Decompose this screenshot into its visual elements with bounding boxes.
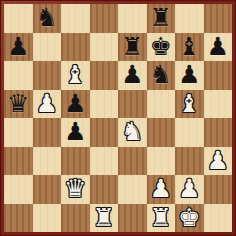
piece-black-rook[interactable]: ♜ <box>121 33 143 61</box>
square-f7[interactable]: ♚ <box>147 33 176 62</box>
square-h5[interactable] <box>204 90 233 119</box>
square-a8[interactable] <box>4 4 33 33</box>
square-a5[interactable]: ♛ <box>4 90 33 119</box>
square-a2[interactable] <box>4 175 33 204</box>
square-a3[interactable] <box>4 147 33 176</box>
square-b4[interactable] <box>33 118 62 147</box>
square-f4[interactable] <box>147 118 176 147</box>
square-f6[interactable]: ♞ <box>147 61 176 90</box>
square-a7[interactable]: ♟ <box>4 33 33 62</box>
square-c8[interactable] <box>61 4 90 33</box>
chess-board: ♞♜♟♜♚♝♟♝♟♞♟♛♟♟♝♟♞♟♛♟♟♜♜♚ <box>4 4 232 232</box>
square-e7[interactable]: ♜ <box>118 33 147 62</box>
square-a6[interactable] <box>4 61 33 90</box>
piece-white-bishop[interactable]: ♝ <box>178 90 200 118</box>
square-e2[interactable] <box>118 175 147 204</box>
square-c3[interactable] <box>61 147 90 176</box>
piece-white-knight[interactable]: ♞ <box>121 118 143 146</box>
piece-white-rook[interactable]: ♜ <box>93 204 115 232</box>
square-f5[interactable] <box>147 90 176 119</box>
square-h6[interactable] <box>204 61 233 90</box>
square-h8[interactable] <box>204 4 233 33</box>
square-f8[interactable]: ♜ <box>147 4 176 33</box>
piece-white-king[interactable]: ♚ <box>178 204 200 232</box>
square-g4[interactable] <box>175 118 204 147</box>
piece-black-pawn[interactable]: ♟ <box>64 118 86 146</box>
square-f1[interactable]: ♜ <box>147 204 176 233</box>
square-d5[interactable] <box>90 90 119 119</box>
square-b2[interactable] <box>33 175 62 204</box>
square-b3[interactable] <box>33 147 62 176</box>
square-g2[interactable]: ♟ <box>175 175 204 204</box>
piece-black-knight[interactable]: ♞ <box>150 61 172 89</box>
square-h7[interactable]: ♟ <box>204 33 233 62</box>
square-d8[interactable] <box>90 4 119 33</box>
square-g6[interactable]: ♟ <box>175 61 204 90</box>
piece-black-bishop[interactable]: ♝ <box>178 33 200 61</box>
piece-white-queen[interactable]: ♛ <box>64 175 86 203</box>
piece-black-pawn[interactable]: ♟ <box>7 33 29 61</box>
piece-white-pawn[interactable]: ♟ <box>207 147 229 175</box>
piece-black-pawn[interactable]: ♟ <box>207 33 229 61</box>
square-a4[interactable] <box>4 118 33 147</box>
piece-white-pawn[interactable]: ♟ <box>178 175 200 203</box>
square-b8[interactable]: ♞ <box>33 4 62 33</box>
piece-white-pawn[interactable]: ♟ <box>150 175 172 203</box>
square-c1[interactable] <box>61 204 90 233</box>
piece-white-bishop[interactable]: ♝ <box>64 61 86 89</box>
square-f3[interactable] <box>147 147 176 176</box>
square-h3[interactable]: ♟ <box>204 147 233 176</box>
piece-black-rook[interactable]: ♜ <box>150 4 172 32</box>
square-c6[interactable]: ♝ <box>61 61 90 90</box>
square-d1[interactable]: ♜ <box>90 204 119 233</box>
square-e4[interactable]: ♞ <box>118 118 147 147</box>
piece-black-knight[interactable]: ♞ <box>36 4 58 32</box>
square-e8[interactable] <box>118 4 147 33</box>
square-c7[interactable] <box>61 33 90 62</box>
square-c2[interactable]: ♛ <box>61 175 90 204</box>
piece-black-pawn[interactable]: ♟ <box>64 90 86 118</box>
square-h1[interactable] <box>204 204 233 233</box>
square-f2[interactable]: ♟ <box>147 175 176 204</box>
piece-white-pawn[interactable]: ♟ <box>36 90 58 118</box>
square-c5[interactable]: ♟ <box>61 90 90 119</box>
square-b6[interactable] <box>33 61 62 90</box>
square-d3[interactable] <box>90 147 119 176</box>
board-frame: ♞♜♟♜♚♝♟♝♟♞♟♛♟♟♝♟♞♟♛♟♟♜♜♚ <box>0 0 236 236</box>
square-a1[interactable] <box>4 204 33 233</box>
piece-black-king[interactable]: ♚ <box>150 33 172 61</box>
piece-white-rook[interactable]: ♜ <box>150 204 172 232</box>
square-b1[interactable] <box>33 204 62 233</box>
square-d6[interactable] <box>90 61 119 90</box>
square-h4[interactable] <box>204 118 233 147</box>
square-e5[interactable] <box>118 90 147 119</box>
square-g3[interactable] <box>175 147 204 176</box>
square-d7[interactable] <box>90 33 119 62</box>
square-g8[interactable] <box>175 4 204 33</box>
square-e6[interactable]: ♟ <box>118 61 147 90</box>
piece-black-queen[interactable]: ♛ <box>7 90 29 118</box>
square-g7[interactable]: ♝ <box>175 33 204 62</box>
square-h2[interactable] <box>204 175 233 204</box>
piece-black-pawn[interactable]: ♟ <box>178 61 200 89</box>
square-b7[interactable] <box>33 33 62 62</box>
square-c4[interactable]: ♟ <box>61 118 90 147</box>
square-e3[interactable] <box>118 147 147 176</box>
square-g5[interactable]: ♝ <box>175 90 204 119</box>
square-e1[interactable] <box>118 204 147 233</box>
piece-black-pawn[interactable]: ♟ <box>121 61 143 89</box>
square-g1[interactable]: ♚ <box>175 204 204 233</box>
square-d2[interactable] <box>90 175 119 204</box>
square-b5[interactable]: ♟ <box>33 90 62 119</box>
square-d4[interactable] <box>90 118 119 147</box>
